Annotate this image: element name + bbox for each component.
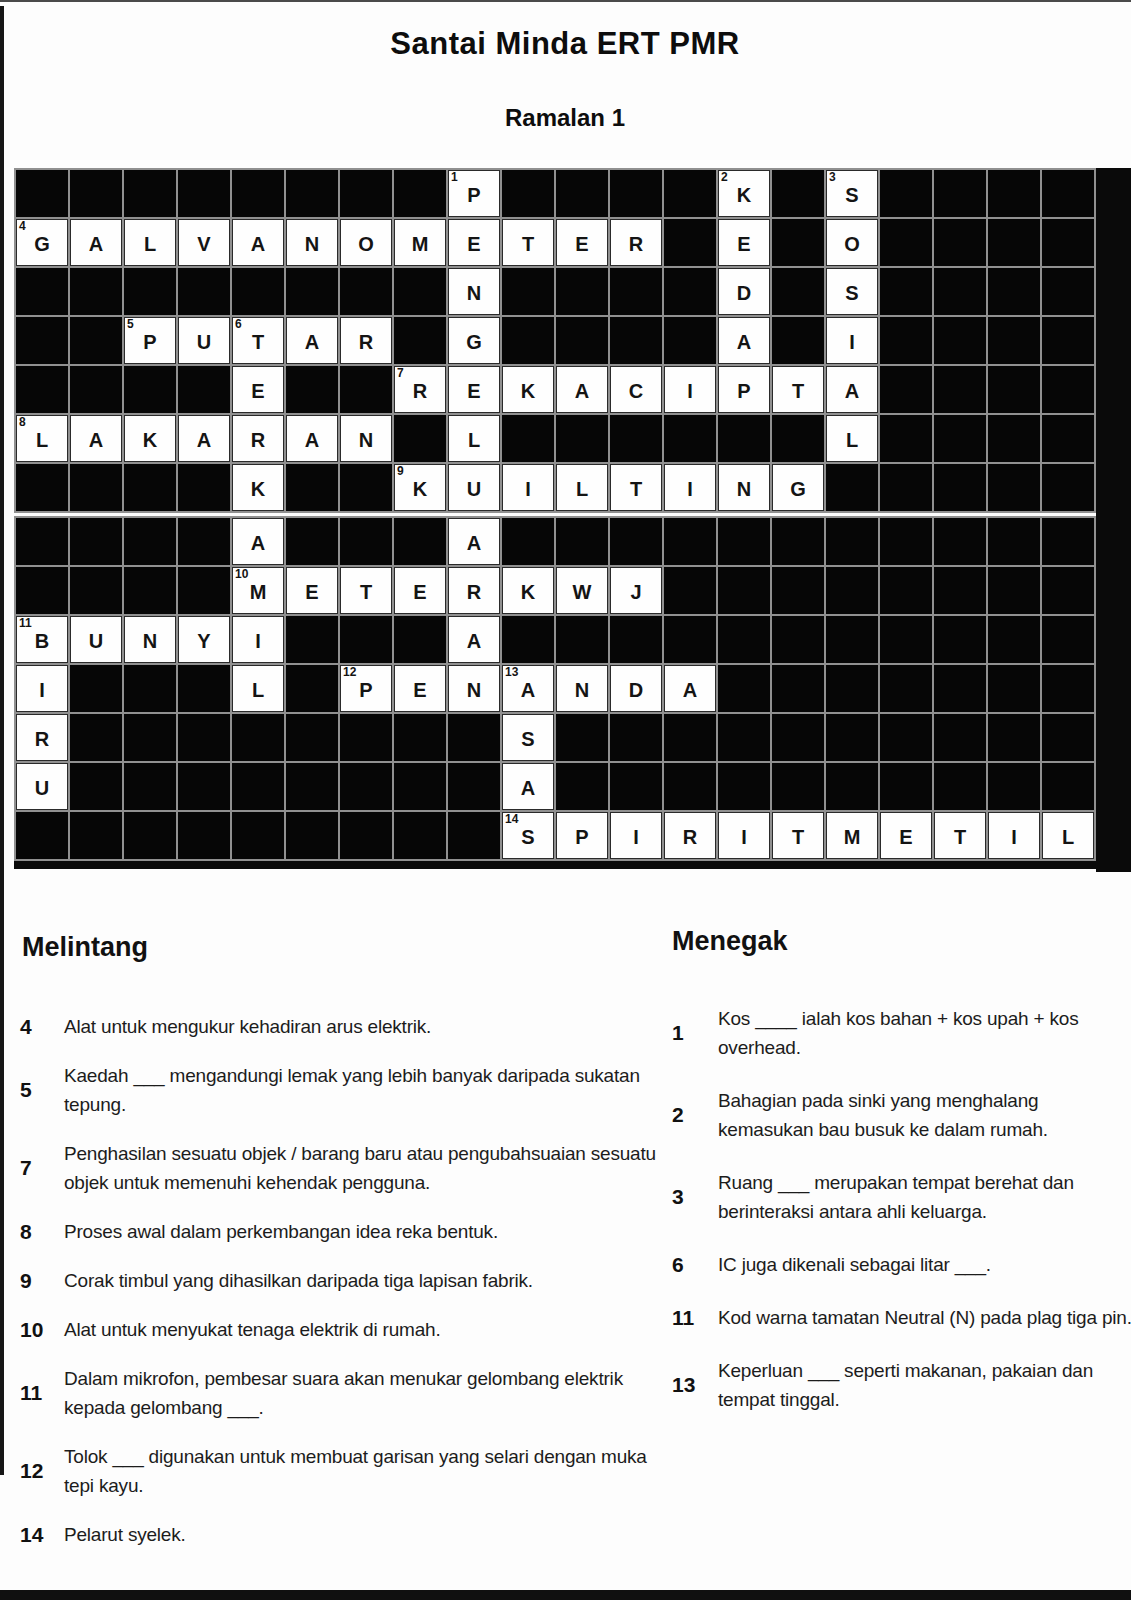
block-cell xyxy=(178,665,230,712)
grid-cell-3-13[interactable]: A xyxy=(718,317,770,364)
block-cell xyxy=(664,518,716,565)
down-clue-11: 11Kod warna tamatan Neutral (N) pada pla… xyxy=(672,1303,1131,1332)
block-cell xyxy=(286,464,338,511)
cell-letter: E xyxy=(251,377,264,403)
block-cell xyxy=(934,665,986,712)
grid-cell-7-4[interactable]: A xyxy=(232,518,284,565)
grid-cell-13-13[interactable]: I xyxy=(718,812,770,859)
block-cell xyxy=(556,317,608,364)
block-cell xyxy=(610,714,662,761)
block-cell xyxy=(988,763,1040,810)
block-cell xyxy=(502,268,554,315)
block-cell xyxy=(70,317,122,364)
clue-text: Corak timbul yang dihasilkan daripada ti… xyxy=(64,1266,533,1295)
grid-cell-9-2[interactable]: N xyxy=(124,616,176,663)
cell-letter: M xyxy=(250,578,267,604)
cell-letter: T xyxy=(792,823,804,849)
block-cell xyxy=(826,464,878,511)
cell-letter: A xyxy=(89,230,103,256)
grid-cell-4-11[interactable]: C xyxy=(610,366,662,413)
cell-letter: A xyxy=(197,426,211,452)
grid-cell-1-8[interactable]: E xyxy=(448,219,500,266)
grid-cell-3-8[interactable]: G xyxy=(448,317,500,364)
across-clue-11: 11Dalam mikrofon, pembesar suara akan me… xyxy=(20,1364,656,1422)
grid-cell-6-13[interactable]: N xyxy=(718,464,770,511)
grid-cell-13-19[interactable]: L xyxy=(1042,812,1094,859)
clue-number-13: 13 xyxy=(505,666,518,679)
grid-cell-5-4[interactable]: R xyxy=(232,415,284,462)
block-cell xyxy=(16,518,68,565)
grid-cell-8-4[interactable]: 10M xyxy=(232,567,284,614)
grid-cell-5-3[interactable]: A xyxy=(178,415,230,462)
block-cell xyxy=(70,170,122,217)
block-cell xyxy=(610,170,662,217)
grid-cell-3-6[interactable]: R xyxy=(340,317,392,364)
block-cell xyxy=(178,763,230,810)
block-cell xyxy=(394,616,446,663)
block-cell xyxy=(664,415,716,462)
cell-letter: A xyxy=(845,377,859,403)
block-cell xyxy=(1042,567,1094,614)
clue-text: Dalam mikrofon, pembesar suara akan menu… xyxy=(64,1364,623,1422)
cell-letter: O xyxy=(358,230,374,256)
cell-letter: N xyxy=(737,475,751,501)
clue-number-2: 2 xyxy=(721,171,728,184)
grid-cell-9-1[interactable]: U xyxy=(70,616,122,663)
clue-number: 7 xyxy=(20,1156,64,1180)
grid-cell-1-6[interactable]: O xyxy=(340,219,392,266)
block-cell xyxy=(1042,763,1094,810)
cell-letter: L xyxy=(846,426,858,452)
grid-cell-10-11[interactable]: D xyxy=(610,665,662,712)
grid-cell-3-2[interactable]: 5P xyxy=(124,317,176,364)
grid-cell-13-12[interactable]: R xyxy=(664,812,716,859)
grid-cell-4-13[interactable]: P xyxy=(718,366,770,413)
grid-cell-0-15[interactable]: 3S xyxy=(826,170,878,217)
grid-cell-13-11[interactable]: I xyxy=(610,812,662,859)
grid-cell-13-10[interactable]: P xyxy=(556,812,608,859)
grid-cell-8-8[interactable]: R xyxy=(448,567,500,614)
cell-letter: P xyxy=(575,823,588,849)
grid-cell-6-8[interactable]: U xyxy=(448,464,500,511)
cell-letter: T xyxy=(954,823,966,849)
grid-cell-10-0[interactable]: I xyxy=(16,665,68,712)
block-cell xyxy=(1042,170,1094,217)
grid-cell-10-6[interactable]: 12P xyxy=(340,665,392,712)
grid-cell-13-15[interactable]: M xyxy=(826,812,878,859)
down-clue-3: 3Ruang ___ merupakan tempat berehat dan … xyxy=(672,1168,1131,1226)
cell-letter: R xyxy=(251,426,265,452)
clue-number: 8 xyxy=(20,1220,64,1244)
block-cell xyxy=(124,518,176,565)
cell-letter: L xyxy=(576,475,588,501)
grid-cell-13-9[interactable]: 14S xyxy=(502,812,554,859)
block-cell xyxy=(934,268,986,315)
grid-cell-9-4[interactable]: I xyxy=(232,616,284,663)
cell-letter: T xyxy=(360,578,372,604)
cell-letter: J xyxy=(630,578,641,604)
grid-cell-8-11[interactable]: J xyxy=(610,567,662,614)
cell-letter: A xyxy=(251,230,265,256)
cell-letter: W xyxy=(573,578,592,604)
block-cell xyxy=(988,518,1040,565)
block-cell xyxy=(664,170,716,217)
clue-number: 4 xyxy=(20,1015,64,1039)
block-cell xyxy=(826,518,878,565)
across-clue-8: 8Proses awal dalam perkembangan idea rek… xyxy=(20,1217,656,1246)
cell-letter: I xyxy=(255,627,261,653)
across-clue-12: 12Tolok ___ digunakan untuk membuat gari… xyxy=(20,1442,656,1500)
block-cell xyxy=(394,170,446,217)
cell-letter: O xyxy=(844,230,860,256)
grid-right-black-margin xyxy=(1096,168,1131,872)
block-cell xyxy=(232,763,284,810)
grid-cell-1-0[interactable]: 4G xyxy=(16,219,68,266)
block-cell xyxy=(610,616,662,663)
clue-text: IC juga dikenali sebagai litar ___. xyxy=(718,1250,991,1279)
grid-cell-10-4[interactable]: L xyxy=(232,665,284,712)
block-cell xyxy=(232,268,284,315)
block-cell xyxy=(232,812,284,859)
grid-cell-6-12[interactable]: I xyxy=(664,464,716,511)
block-cell xyxy=(556,415,608,462)
cell-letter: A xyxy=(305,328,319,354)
grid-cell-1-13[interactable]: E xyxy=(718,219,770,266)
block-cell xyxy=(826,665,878,712)
block-cell xyxy=(772,268,824,315)
cell-letter: S xyxy=(845,181,858,207)
cell-letter: M xyxy=(844,823,861,849)
grid-cell-1-11[interactable]: R xyxy=(610,219,662,266)
grid-cell-7-8[interactable]: A xyxy=(448,518,500,565)
clue-number: 9 xyxy=(20,1269,64,1293)
block-cell xyxy=(826,616,878,663)
block-cell xyxy=(502,518,554,565)
grid-cell-6-11[interactable]: T xyxy=(610,464,662,511)
down-heading: Menegak xyxy=(672,926,788,957)
cell-letter: K xyxy=(521,377,535,403)
block-cell xyxy=(448,763,500,810)
cell-letter: E xyxy=(467,377,480,403)
clue-number-1: 1 xyxy=(451,171,458,184)
block-cell xyxy=(178,567,230,614)
cell-letter: K xyxy=(737,181,751,207)
block-cell xyxy=(16,464,68,511)
down-clue-list: 1Kos ____ ialah kos bahan + kos upah + k… xyxy=(672,1004,1131,1438)
block-cell xyxy=(502,415,554,462)
grid-cell-8-9[interactable]: K xyxy=(502,567,554,614)
cell-letter: I xyxy=(849,328,855,354)
grid-cell-1-9[interactable]: T xyxy=(502,219,554,266)
block-cell xyxy=(988,665,1040,712)
cell-letter: I xyxy=(1011,823,1017,849)
clue-text: Keperluan ___ seperti makanan, pakaian d… xyxy=(718,1356,1093,1414)
cell-letter: V xyxy=(197,230,210,256)
across-clue-9: 9Corak timbul yang dihasilkan daripada t… xyxy=(20,1266,656,1295)
grid-cell-6-4[interactable]: K xyxy=(232,464,284,511)
clue-number-6: 6 xyxy=(235,318,242,331)
grid-cell-9-0[interactable]: 11B xyxy=(16,616,68,663)
block-cell xyxy=(934,219,986,266)
block-cell xyxy=(880,665,932,712)
block-cell xyxy=(1042,317,1094,364)
grid-cell-10-10[interactable]: N xyxy=(556,665,608,712)
grid-cell-12-0[interactable]: U xyxy=(16,763,68,810)
block-cell xyxy=(880,219,932,266)
block-cell xyxy=(1042,268,1094,315)
clue-number-7: 7 xyxy=(397,367,404,380)
block-cell xyxy=(880,714,932,761)
grid-cell-2-8[interactable]: N xyxy=(448,268,500,315)
block-cell xyxy=(880,170,932,217)
grid-cell-4-9[interactable]: K xyxy=(502,366,554,413)
block-cell xyxy=(880,317,932,364)
block-cell xyxy=(178,464,230,511)
cell-letter: I xyxy=(687,475,693,501)
cell-letter: K xyxy=(143,426,157,452)
block-cell xyxy=(934,714,986,761)
cell-letter: R xyxy=(683,823,697,849)
block-cell xyxy=(934,518,986,565)
block-cell xyxy=(664,317,716,364)
grid-cell-1-10[interactable]: E xyxy=(556,219,608,266)
clue-text: Proses awal dalam perkembangan idea reka… xyxy=(64,1217,498,1246)
across-clue-4: 4Alat untuk mengukur kehadiran arus elek… xyxy=(20,1012,656,1041)
grid-cell-5-2[interactable]: K xyxy=(124,415,176,462)
grid-cell-11-9[interactable]: S xyxy=(502,714,554,761)
grid-cell-3-4[interactable]: 6T xyxy=(232,317,284,364)
grid-cell-6-14[interactable]: G xyxy=(772,464,824,511)
grid-cell-10-7[interactable]: E xyxy=(394,665,446,712)
clue-number-8: 8 xyxy=(19,416,26,429)
grid-cell-4-8[interactable]: E xyxy=(448,366,500,413)
grid-cell-3-3[interactable]: U xyxy=(178,317,230,364)
grid-cell-5-1[interactable]: A xyxy=(70,415,122,462)
block-cell xyxy=(934,317,986,364)
block-cell xyxy=(610,763,662,810)
block-cell xyxy=(1042,366,1094,413)
grid-cell-5-8[interactable]: L xyxy=(448,415,500,462)
grid-cell-4-4[interactable]: E xyxy=(232,366,284,413)
cell-letter: T xyxy=(792,377,804,403)
block-cell xyxy=(394,812,446,859)
block-cell xyxy=(1042,616,1094,663)
block-cell xyxy=(772,665,824,712)
grid-cell-4-14[interactable]: T xyxy=(772,366,824,413)
cell-letter: I xyxy=(525,475,531,501)
grid-cell-8-5[interactable]: E xyxy=(286,567,338,614)
grid-cell-0-8[interactable]: 1P xyxy=(448,170,500,217)
grid-cell-9-8[interactable]: A xyxy=(448,616,500,663)
block-cell xyxy=(448,714,500,761)
block-cell xyxy=(556,616,608,663)
block-cell xyxy=(340,763,392,810)
block-cell xyxy=(16,170,68,217)
block-cell xyxy=(16,268,68,315)
crossword-grid-top-half: 1P2K3S4GALVANOMETEREONDS5PU6TARGAIE7REKA… xyxy=(14,168,1096,513)
grid-cell-2-15[interactable]: S xyxy=(826,268,878,315)
across-clue-7: 7Penghasilan sesuatu objek / barang baru… xyxy=(20,1139,656,1197)
block-cell xyxy=(934,170,986,217)
clue-number-10: 10 xyxy=(235,568,248,581)
grid-cell-4-7[interactable]: 7R xyxy=(394,366,446,413)
grid-cell-9-3[interactable]: Y xyxy=(178,616,230,663)
cell-letter: N xyxy=(467,676,481,702)
block-cell xyxy=(124,812,176,859)
cell-letter: R xyxy=(359,328,373,354)
cell-letter: L xyxy=(252,676,264,702)
block-cell xyxy=(556,763,608,810)
cell-letter: L xyxy=(1062,823,1074,849)
block-cell xyxy=(988,317,1040,364)
clue-number-11: 11 xyxy=(19,617,32,630)
grid-cell-13-16[interactable]: E xyxy=(880,812,932,859)
cell-letter: A xyxy=(467,627,481,653)
block-cell xyxy=(1042,665,1094,712)
cell-letter: P xyxy=(467,181,480,207)
cell-letter: P xyxy=(359,676,372,702)
grid-cell-8-7[interactable]: E xyxy=(394,567,446,614)
block-cell xyxy=(772,219,824,266)
block-cell xyxy=(988,268,1040,315)
block-cell xyxy=(718,714,770,761)
grid-cell-13-18[interactable]: I xyxy=(988,812,1040,859)
block-cell xyxy=(1042,219,1094,266)
down-clue-2: 2Bahagian pada sinki yang menghalang kem… xyxy=(672,1086,1131,1144)
clue-number: 10 xyxy=(20,1318,64,1342)
grid-cell-5-15[interactable]: L xyxy=(826,415,878,462)
block-cell xyxy=(502,317,554,364)
block-cell xyxy=(286,170,338,217)
block-cell xyxy=(718,567,770,614)
cell-letter: R xyxy=(35,725,49,751)
cell-letter: N xyxy=(305,230,319,256)
cell-letter: D xyxy=(737,279,751,305)
grid-cell-10-9[interactable]: 13A xyxy=(502,665,554,712)
clue-number: 2 xyxy=(672,1103,718,1127)
block-cell xyxy=(340,714,392,761)
grid-cell-1-1[interactable]: A xyxy=(70,219,122,266)
grid-cell-13-17[interactable]: T xyxy=(934,812,986,859)
block-cell xyxy=(988,415,1040,462)
block-cell xyxy=(988,170,1040,217)
block-cell xyxy=(880,366,932,413)
block-cell xyxy=(934,763,986,810)
grid-cell-5-0[interactable]: 8L xyxy=(16,415,68,462)
block-cell xyxy=(448,812,500,859)
cell-letter: D xyxy=(629,676,643,702)
cell-letter: I xyxy=(741,823,747,849)
block-cell xyxy=(772,763,824,810)
clue-number: 1 xyxy=(672,1021,718,1045)
grid-cell-13-14[interactable]: T xyxy=(772,812,824,859)
across-clue-14: 14Pelarut syelek. xyxy=(20,1520,656,1549)
block-cell xyxy=(16,812,68,859)
grid-cell-4-12[interactable]: I xyxy=(664,366,716,413)
grid-cell-1-5[interactable]: N xyxy=(286,219,338,266)
cell-letter: E xyxy=(413,676,426,702)
clue-text: Kos ____ ialah kos bahan + kos upah + ko… xyxy=(718,1004,1078,1062)
grid-cell-5-6[interactable]: N xyxy=(340,415,392,462)
grid-cell-1-15[interactable]: O xyxy=(826,219,878,266)
cell-letter: E xyxy=(575,230,588,256)
grid-cell-1-2[interactable]: L xyxy=(124,219,176,266)
page-subtitle: Ramalan 1 xyxy=(10,104,1120,132)
cell-letter: G xyxy=(790,475,806,501)
grid-cell-4-10[interactable]: A xyxy=(556,366,608,413)
block-cell xyxy=(124,567,176,614)
down-clue-13: 13Keperluan ___ seperti makanan, pakaian… xyxy=(672,1356,1131,1414)
grid-cell-5-5[interactable]: A xyxy=(286,415,338,462)
clue-number: 3 xyxy=(672,1185,718,1209)
clue-number: 12 xyxy=(20,1459,64,1483)
cell-letter: U xyxy=(35,774,49,800)
grid-cell-8-10[interactable]: W xyxy=(556,567,608,614)
block-cell xyxy=(394,317,446,364)
block-cell xyxy=(556,518,608,565)
block-cell xyxy=(124,268,176,315)
across-clue-list: 4Alat untuk mengukur kehadiran arus elek… xyxy=(20,1012,656,1569)
block-cell xyxy=(556,170,608,217)
block-cell xyxy=(826,567,878,614)
grid-cell-1-3[interactable]: V xyxy=(178,219,230,266)
block-cell xyxy=(934,616,986,663)
grid-cell-3-15[interactable]: I xyxy=(826,317,878,364)
grid-cell-8-6[interactable]: T xyxy=(340,567,392,614)
block-cell xyxy=(70,268,122,315)
grid-cell-10-12[interactable]: A xyxy=(664,665,716,712)
block-cell xyxy=(394,268,446,315)
cell-letter: T xyxy=(522,230,534,256)
grid-cell-0-13[interactable]: 2K xyxy=(718,170,770,217)
block-cell xyxy=(718,616,770,663)
block-cell xyxy=(718,518,770,565)
cell-letter: A xyxy=(521,774,535,800)
block-cell xyxy=(610,268,662,315)
clue-text: Tolok ___ digunakan untuk membuat garisa… xyxy=(64,1442,647,1500)
grid-cell-1-7[interactable]: M xyxy=(394,219,446,266)
block-cell xyxy=(178,268,230,315)
clue-number: 6 xyxy=(672,1253,718,1277)
grid-cell-6-7[interactable]: 9K xyxy=(394,464,446,511)
photo-bottom-edge xyxy=(0,1590,1131,1600)
block-cell xyxy=(16,317,68,364)
block-cell xyxy=(340,464,392,511)
grid-cell-4-15[interactable]: A xyxy=(826,366,878,413)
grid-cell-6-9[interactable]: I xyxy=(502,464,554,511)
grid-cell-3-5[interactable]: A xyxy=(286,317,338,364)
across-heading: Melintang xyxy=(22,932,148,963)
grid-cell-2-13[interactable]: D xyxy=(718,268,770,315)
clue-number: 13 xyxy=(672,1373,718,1397)
cell-letter: A xyxy=(575,377,589,403)
grid-cell-1-4[interactable]: A xyxy=(232,219,284,266)
clue-number-9: 9 xyxy=(397,465,404,478)
block-cell xyxy=(1042,464,1094,511)
grid-cell-12-9[interactable]: A xyxy=(502,763,554,810)
grid-cell-6-10[interactable]: L xyxy=(556,464,608,511)
block-cell xyxy=(124,665,176,712)
block-cell xyxy=(340,268,392,315)
block-cell xyxy=(772,567,824,614)
block-cell xyxy=(988,714,1040,761)
block-cell xyxy=(286,366,338,413)
grid-cell-11-0[interactable]: R xyxy=(16,714,68,761)
cell-letter: G xyxy=(466,328,482,354)
grid-cell-10-8[interactable]: N xyxy=(448,665,500,712)
clue-text: Ruang ___ merupakan tempat berehat dan b… xyxy=(718,1168,1074,1226)
clue-number-4: 4 xyxy=(19,220,26,233)
